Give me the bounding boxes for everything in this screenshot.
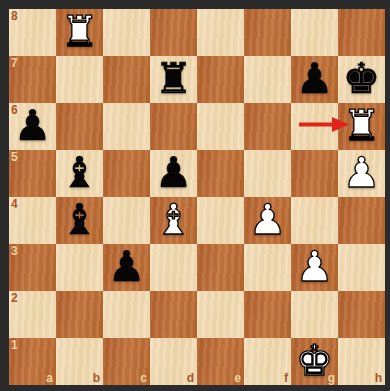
square-a6[interactable]: 6♟ [9,103,56,150]
square-a1[interactable]: 1a [9,338,56,385]
piece-white-rook-h6[interactable]: ♜ [338,102,385,149]
square-f7[interactable] [244,56,291,103]
piece-black-pawn-a6[interactable]: ♟ [9,102,56,149]
square-b6[interactable] [56,103,103,150]
square-a7[interactable]: 7 [9,56,56,103]
square-d7[interactable]: ♜ [150,56,197,103]
square-e3[interactable] [197,244,244,291]
square-c3[interactable]: ♟ [103,244,150,291]
square-b3[interactable] [56,244,103,291]
square-a3[interactable]: 3 [9,244,56,291]
square-b4[interactable]: ♝ [56,197,103,244]
rank-label-5: 5 [11,151,18,163]
rank-label-1: 1 [11,339,18,351]
square-h8[interactable] [338,9,385,56]
square-c8[interactable] [103,9,150,56]
square-e1[interactable]: e [197,338,244,385]
piece-black-rook-d7[interactable]: ♜ [150,55,197,102]
square-e4[interactable] [197,197,244,244]
square-d6[interactable] [150,103,197,150]
square-f8[interactable] [244,9,291,56]
square-a4[interactable]: 4 [9,197,56,244]
square-g8[interactable] [291,9,338,56]
piece-black-bishop-b5[interactable]: ♝ [56,149,103,196]
square-c6[interactable] [103,103,150,150]
piece-black-king-h7[interactable]: ♚ [338,55,385,102]
square-h7[interactable]: ♚ [338,56,385,103]
square-c1[interactable]: c [103,338,150,385]
piece-black-pawn-d5[interactable]: ♟ [150,149,197,196]
square-c5[interactable] [103,150,150,197]
square-b1[interactable]: b [56,338,103,385]
file-label-c: c [140,372,147,384]
rank-label-7: 7 [11,57,18,69]
square-d1[interactable]: d [150,338,197,385]
square-a2[interactable]: 2 [9,291,56,338]
square-g4[interactable] [291,197,338,244]
square-a5[interactable]: 5 [9,150,56,197]
square-e6[interactable] [197,103,244,150]
square-b7[interactable] [56,56,103,103]
square-h2[interactable] [338,291,385,338]
square-d2[interactable] [150,291,197,338]
square-a8[interactable]: 8 [9,9,56,56]
square-d5[interactable]: ♟ [150,150,197,197]
square-e5[interactable] [197,150,244,197]
square-d8[interactable] [150,9,197,56]
file-label-b: b [93,372,100,384]
square-e2[interactable] [197,291,244,338]
square-f6[interactable] [244,103,291,150]
piece-black-pawn-g7[interactable]: ♟ [291,55,338,102]
square-g3[interactable]: ♟ [291,244,338,291]
piece-white-bishop-d4[interactable]: ♝ [150,196,197,243]
square-f2[interactable] [244,291,291,338]
rank-label-4: 4 [11,198,18,210]
square-h1[interactable]: h [338,338,385,385]
square-g2[interactable] [291,291,338,338]
square-h4[interactable] [338,197,385,244]
file-label-d: d [187,372,194,384]
board-frame: 8♜7♜♟♚6♟♜5♝♟♟4♝♝♟3♟♟21abcdefg♚h [0,0,390,391]
square-g1[interactable]: g♚ [291,338,338,385]
file-label-h: h [375,372,382,384]
square-b2[interactable] [56,291,103,338]
piece-white-king-g1[interactable]: ♚ [291,337,338,384]
square-h3[interactable] [338,244,385,291]
square-e7[interactable] [197,56,244,103]
square-h5[interactable]: ♟ [338,150,385,197]
square-e8[interactable] [197,9,244,56]
piece-black-pawn-c3[interactable]: ♟ [103,243,150,290]
rank-label-2: 2 [11,292,18,304]
piece-white-rook-b8[interactable]: ♜ [56,8,103,55]
square-b8[interactable]: ♜ [56,9,103,56]
piece-black-bishop-b4[interactable]: ♝ [56,196,103,243]
square-c4[interactable] [103,197,150,244]
rank-label-8: 8 [11,10,18,22]
square-h6[interactable]: ♜ [338,103,385,150]
square-d3[interactable] [150,244,197,291]
rank-label-3: 3 [11,245,18,257]
square-c7[interactable] [103,56,150,103]
piece-white-pawn-f4[interactable]: ♟ [244,196,291,243]
square-c2[interactable] [103,291,150,338]
piece-white-pawn-g3[interactable]: ♟ [291,243,338,290]
square-f5[interactable] [244,150,291,197]
file-label-e: e [234,372,241,384]
square-f1[interactable]: f [244,338,291,385]
file-label-f: f [284,372,288,384]
square-g5[interactable] [291,150,338,197]
file-label-a: a [46,372,53,384]
square-g7[interactable]: ♟ [291,56,338,103]
square-d4[interactable]: ♝ [150,197,197,244]
square-f3[interactable] [244,244,291,291]
square-f4[interactable]: ♟ [244,197,291,244]
piece-white-pawn-h5[interactable]: ♟ [338,149,385,196]
chess-board[interactable]: 8♜7♜♟♚6♟♜5♝♟♟4♝♝♟3♟♟21abcdefg♚h [9,9,385,385]
square-b5[interactable]: ♝ [56,150,103,197]
square-g6[interactable] [291,103,338,150]
